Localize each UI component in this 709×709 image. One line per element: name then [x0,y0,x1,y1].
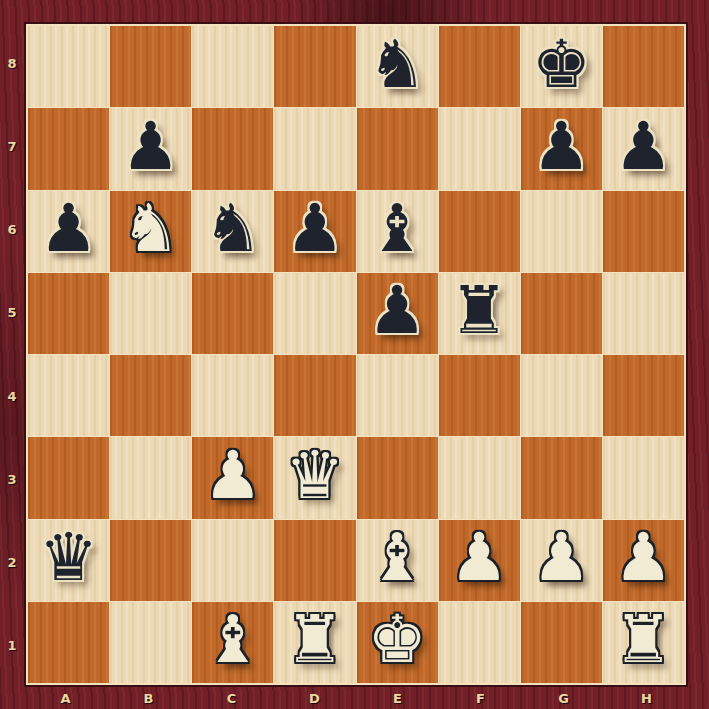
square-c8[interactable] [192,26,273,107]
square-a6[interactable]: ♟ [28,191,109,272]
square-e3[interactable] [357,437,438,518]
square-e5[interactable]: ♟ [357,273,438,354]
file-label-g: G [522,687,605,709]
rank-label-6: 6 [0,188,24,271]
rank-label-3: 3 [0,438,24,521]
black-knight-icon: ♞ [203,196,262,262]
square-h7[interactable]: ♟ [603,108,684,189]
square-g6[interactable] [521,191,602,272]
file-label-a: A [24,687,107,709]
square-c4[interactable] [192,355,273,436]
white-bishop-icon: ♝ [367,525,426,591]
square-h2[interactable]: ♟ [603,520,684,601]
square-f8[interactable] [439,26,520,107]
black-pawn-icon: ♟ [614,114,673,180]
chessboard-frame: ♞♚♟♟♟♟♞♞♟♝♟♜♟♛♛♝♟♟♟♝♜♚♜ 87654321 ABCDEFG… [0,0,709,709]
square-h1[interactable]: ♜ [603,602,684,683]
square-h5[interactable] [603,273,684,354]
black-pawn-icon: ♟ [532,114,591,180]
white-pawn-icon: ♟ [450,525,509,591]
square-d1[interactable]: ♜ [274,602,355,683]
square-d7[interactable] [274,108,355,189]
square-b3[interactable] [110,437,191,518]
rank-labels: 87654321 [0,22,24,687]
chessboard: ♞♚♟♟♟♟♞♞♟♝♟♜♟♛♛♝♟♟♟♝♜♚♜ [24,22,688,687]
white-rook-icon: ♜ [285,607,344,673]
square-f2[interactable]: ♟ [439,520,520,601]
square-d2[interactable] [274,520,355,601]
black-bishop-icon: ♝ [367,196,426,262]
black-pawn-icon: ♟ [39,196,98,262]
square-c2[interactable] [192,520,273,601]
square-g2[interactable]: ♟ [521,520,602,601]
square-e8[interactable]: ♞ [357,26,438,107]
square-f3[interactable] [439,437,520,518]
square-d6[interactable]: ♟ [274,191,355,272]
square-a8[interactable] [28,26,109,107]
square-d4[interactable] [274,355,355,436]
square-b8[interactable] [110,26,191,107]
square-a5[interactable] [28,273,109,354]
white-knight-icon: ♞ [121,196,180,262]
square-g4[interactable] [521,355,602,436]
rank-label-1: 1 [0,604,24,687]
rank-label-2: 2 [0,521,24,604]
square-b2[interactable] [110,520,191,601]
square-b1[interactable] [110,602,191,683]
white-pawn-icon: ♟ [203,443,262,509]
square-h3[interactable] [603,437,684,518]
square-a2[interactable]: ♛ [28,520,109,601]
file-labels: ABCDEFGH [24,687,688,709]
square-c3[interactable]: ♟ [192,437,273,518]
square-a1[interactable] [28,602,109,683]
white-king-icon: ♚ [367,607,426,673]
square-f5[interactable]: ♜ [439,273,520,354]
square-g1[interactable] [521,602,602,683]
square-d3[interactable]: ♛ [274,437,355,518]
square-g5[interactable] [521,273,602,354]
rank-label-4: 4 [0,355,24,438]
black-pawn-icon: ♟ [121,114,180,180]
square-c7[interactable] [192,108,273,189]
square-c5[interactable] [192,273,273,354]
square-g7[interactable]: ♟ [521,108,602,189]
square-b4[interactable] [110,355,191,436]
square-h6[interactable] [603,191,684,272]
square-f1[interactable] [439,602,520,683]
square-a3[interactable] [28,437,109,518]
square-c1[interactable]: ♝ [192,602,273,683]
file-label-d: D [273,687,356,709]
square-c6[interactable]: ♞ [192,191,273,272]
square-b7[interactable]: ♟ [110,108,191,189]
file-label-c: C [190,687,273,709]
white-bishop-icon: ♝ [203,607,262,673]
rank-label-8: 8 [0,22,24,105]
square-d8[interactable] [274,26,355,107]
file-label-h: H [605,687,688,709]
black-knight-icon: ♞ [367,32,426,98]
square-d5[interactable] [274,273,355,354]
file-label-f: F [439,687,522,709]
square-e7[interactable] [357,108,438,189]
white-rook-icon: ♜ [614,607,673,673]
square-f6[interactable] [439,191,520,272]
square-b5[interactable] [110,273,191,354]
black-queen-icon: ♛ [39,525,98,591]
rank-label-5: 5 [0,271,24,354]
square-e4[interactable] [357,355,438,436]
square-g3[interactable] [521,437,602,518]
square-h4[interactable] [603,355,684,436]
square-f4[interactable] [439,355,520,436]
white-pawn-icon: ♟ [614,525,673,591]
black-rook-icon: ♜ [450,278,509,344]
black-pawn-icon: ♟ [367,278,426,344]
white-queen-icon: ♛ [285,443,344,509]
square-a7[interactable] [28,108,109,189]
square-a4[interactable] [28,355,109,436]
square-b6[interactable]: ♞ [110,191,191,272]
file-label-e: E [356,687,439,709]
file-label-b: B [107,687,190,709]
square-e6[interactable]: ♝ [357,191,438,272]
square-f7[interactable] [439,108,520,189]
square-h8[interactable] [603,26,684,107]
black-king-icon: ♚ [532,32,591,98]
white-pawn-icon: ♟ [532,525,591,591]
square-e1[interactable]: ♚ [357,602,438,683]
square-e2[interactable]: ♝ [357,520,438,601]
black-pawn-icon: ♟ [285,196,344,262]
square-g8[interactable]: ♚ [521,26,602,107]
rank-label-7: 7 [0,105,24,188]
